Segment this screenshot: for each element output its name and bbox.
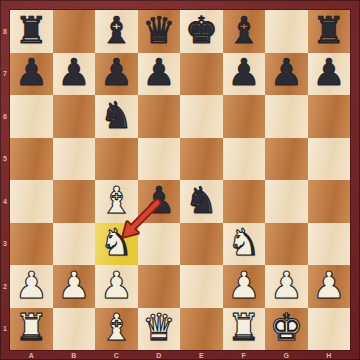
square-c1[interactable]: ♝ <box>95 308 138 351</box>
piece-white-pawn-h2[interactable]: ♟ <box>312 267 345 304</box>
piece-white-pawn-b2[interactable]: ♟ <box>57 267 90 304</box>
file-label-d: D <box>138 350 181 360</box>
square-h3[interactable] <box>308 223 351 266</box>
rank-labels: 87654321 <box>0 10 10 350</box>
piece-black-pawn-d4[interactable]: ♟ <box>142 182 175 219</box>
square-g4[interactable] <box>265 180 308 223</box>
square-d6[interactable] <box>138 95 181 138</box>
square-f2[interactable]: ♟ <box>223 265 266 308</box>
square-c8[interactable]: ♝ <box>95 10 138 53</box>
square-d8[interactable]: ♛ <box>138 10 181 53</box>
square-g8[interactable] <box>265 10 308 53</box>
chess-board-frame: 87654321 ABCDEFGH ♜♝♛♚♝♜♟♟♟♟♟♟♟♞♝♟♞♞♞♟♟♟… <box>0 0 360 360</box>
piece-black-rook-h8[interactable]: ♜ <box>312 12 345 49</box>
square-d1[interactable]: ♛ <box>138 308 181 351</box>
piece-white-rook-a1[interactable]: ♜ <box>15 309 48 346</box>
piece-black-queen-d8[interactable]: ♛ <box>142 12 175 49</box>
square-e1[interactable] <box>180 308 223 351</box>
piece-black-pawn-b7[interactable]: ♟ <box>57 54 90 91</box>
square-h7[interactable]: ♟ <box>308 53 351 96</box>
square-a6[interactable] <box>10 95 53 138</box>
rank-label-8: 8 <box>0 10 10 53</box>
rank-label-4: 4 <box>0 180 10 223</box>
rank-label-3: 3 <box>0 223 10 266</box>
square-a1[interactable]: ♜ <box>10 308 53 351</box>
piece-black-king-e8[interactable]: ♚ <box>185 12 218 49</box>
square-f6[interactable] <box>223 95 266 138</box>
piece-black-pawn-h7[interactable]: ♟ <box>312 54 345 91</box>
square-a7[interactable]: ♟ <box>10 53 53 96</box>
square-c3[interactable]: ♞ <box>95 223 138 266</box>
square-h4[interactable] <box>308 180 351 223</box>
square-b6[interactable] <box>53 95 96 138</box>
piece-white-pawn-c2[interactable]: ♟ <box>100 267 133 304</box>
square-h1[interactable] <box>308 308 351 351</box>
square-e6[interactable] <box>180 95 223 138</box>
square-b5[interactable] <box>53 138 96 181</box>
square-c5[interactable] <box>95 138 138 181</box>
square-h6[interactable] <box>308 95 351 138</box>
square-d7[interactable]: ♟ <box>138 53 181 96</box>
file-label-b: B <box>53 350 96 360</box>
square-g5[interactable] <box>265 138 308 181</box>
piece-black-bishop-c8[interactable]: ♝ <box>100 12 133 49</box>
square-c2[interactable]: ♟ <box>95 265 138 308</box>
rank-label-1: 1 <box>0 308 10 351</box>
file-label-c: C <box>95 350 138 360</box>
square-h2[interactable]: ♟ <box>308 265 351 308</box>
square-f5[interactable] <box>223 138 266 181</box>
rank-label-2: 2 <box>0 265 10 308</box>
piece-black-rook-a8[interactable]: ♜ <box>15 12 48 49</box>
square-a3[interactable] <box>10 223 53 266</box>
piece-white-bishop-c4[interactable]: ♝ <box>100 182 133 219</box>
square-e2[interactable] <box>180 265 223 308</box>
square-a4[interactable] <box>10 180 53 223</box>
piece-white-pawn-g2[interactable]: ♟ <box>270 267 303 304</box>
piece-white-pawn-f2[interactable]: ♟ <box>227 267 260 304</box>
file-label-e: E <box>180 350 223 360</box>
square-d3[interactable] <box>138 223 181 266</box>
square-d4[interactable]: ♟ <box>138 180 181 223</box>
square-h5[interactable] <box>308 138 351 181</box>
square-g6[interactable] <box>265 95 308 138</box>
square-g7[interactable]: ♟ <box>265 53 308 96</box>
file-label-f: F <box>223 350 266 360</box>
piece-black-knight-c6[interactable]: ♞ <box>100 97 133 134</box>
square-e3[interactable] <box>180 223 223 266</box>
square-f4[interactable] <box>223 180 266 223</box>
square-a8[interactable]: ♜ <box>10 10 53 53</box>
piece-black-knight-e4[interactable]: ♞ <box>185 182 218 219</box>
square-c4[interactable]: ♝ <box>95 180 138 223</box>
piece-white-knight-f3[interactable]: ♞ <box>227 224 260 261</box>
piece-white-king-g1[interactable]: ♚ <box>270 309 303 346</box>
piece-white-rook-f1[interactable]: ♜ <box>227 309 260 346</box>
piece-white-queen-d1[interactable]: ♛ <box>142 309 175 346</box>
square-e5[interactable] <box>180 138 223 181</box>
file-label-h: H <box>308 350 351 360</box>
square-f8[interactable]: ♝ <box>223 10 266 53</box>
square-b1[interactable] <box>53 308 96 351</box>
square-e4[interactable]: ♞ <box>180 180 223 223</box>
square-c7[interactable]: ♟ <box>95 53 138 96</box>
square-e7[interactable] <box>180 53 223 96</box>
square-e8[interactable]: ♚ <box>180 10 223 53</box>
piece-black-pawn-g7[interactable]: ♟ <box>270 54 303 91</box>
piece-black-pawn-d7[interactable]: ♟ <box>142 54 175 91</box>
piece-black-pawn-f7[interactable]: ♟ <box>227 54 260 91</box>
rank-label-7: 7 <box>0 53 10 96</box>
square-c6[interactable]: ♞ <box>95 95 138 138</box>
file-label-g: G <box>265 350 308 360</box>
piece-white-pawn-a2[interactable]: ♟ <box>15 267 48 304</box>
square-g1[interactable]: ♚ <box>265 308 308 351</box>
square-d5[interactable] <box>138 138 181 181</box>
rank-label-6: 6 <box>0 95 10 138</box>
piece-black-pawn-c7[interactable]: ♟ <box>100 54 133 91</box>
square-a2[interactable]: ♟ <box>10 265 53 308</box>
piece-white-bishop-c1[interactable]: ♝ <box>100 309 133 346</box>
square-b4[interactable] <box>53 180 96 223</box>
file-label-a: A <box>10 350 53 360</box>
square-f3[interactable]: ♞ <box>223 223 266 266</box>
piece-white-knight-c3[interactable]: ♞ <box>100 224 133 261</box>
square-f7[interactable]: ♟ <box>223 53 266 96</box>
rank-label-5: 5 <box>0 138 10 181</box>
square-a5[interactable] <box>10 138 53 181</box>
square-b3[interactable] <box>53 223 96 266</box>
square-b2[interactable]: ♟ <box>53 265 96 308</box>
file-labels: ABCDEFGH <box>10 350 350 360</box>
piece-black-pawn-a7[interactable]: ♟ <box>15 54 48 91</box>
square-d2[interactable] <box>138 265 181 308</box>
square-b8[interactable] <box>53 10 96 53</box>
chess-board[interactable]: ♜♝♛♚♝♜♟♟♟♟♟♟♟♞♝♟♞♞♞♟♟♟♟♟♟♜♝♛♜♚ <box>10 10 350 350</box>
square-g2[interactable]: ♟ <box>265 265 308 308</box>
square-h8[interactable]: ♜ <box>308 10 351 53</box>
square-g3[interactable] <box>265 223 308 266</box>
piece-black-bishop-f8[interactable]: ♝ <box>227 12 260 49</box>
square-f1[interactable]: ♜ <box>223 308 266 351</box>
square-b7[interactable]: ♟ <box>53 53 96 96</box>
